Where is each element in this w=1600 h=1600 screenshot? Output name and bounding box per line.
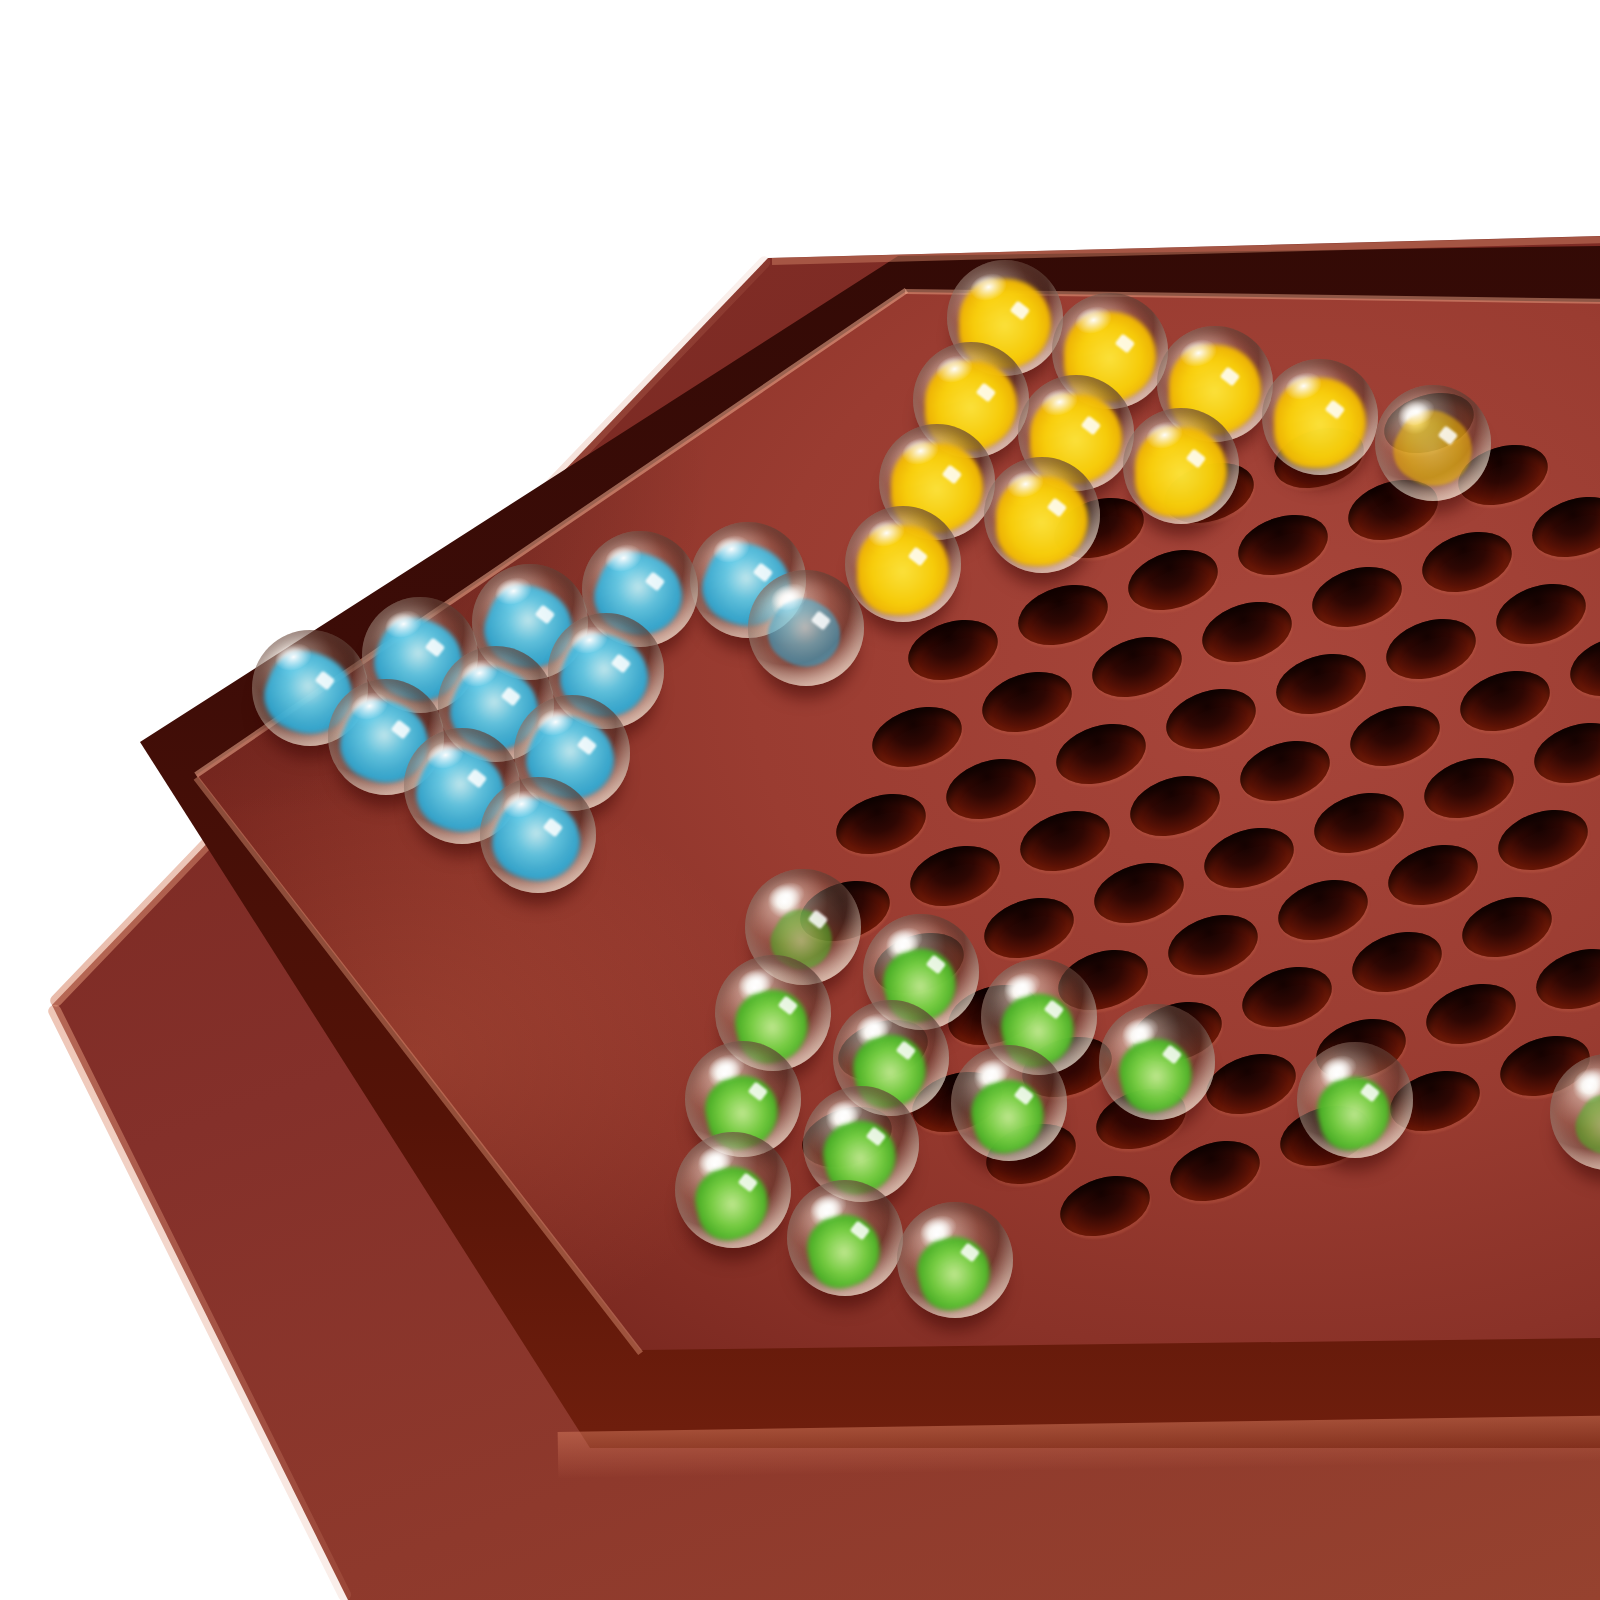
glass-sparkle-icon xyxy=(1044,999,1065,1019)
marble-yellow[interactable] xyxy=(1375,385,1491,501)
glass-sparkle-icon xyxy=(1014,1085,1035,1105)
board-hole[interactable] xyxy=(1269,644,1373,724)
board-hole[interactable] xyxy=(1159,679,1263,759)
board-hole[interactable] xyxy=(1381,835,1485,915)
board-hole[interactable] xyxy=(1161,905,1265,985)
glass-sparkle-icon xyxy=(926,954,947,974)
glass-sparkle-icon xyxy=(753,562,774,582)
glass-sparkle-icon xyxy=(543,817,564,837)
board-hole[interactable] xyxy=(1271,870,1375,950)
glass-sparkle-icon xyxy=(1162,1044,1183,1064)
board-hole[interactable] xyxy=(1527,713,1600,793)
glass-sparkle-icon xyxy=(577,735,598,755)
glass-sparkle-icon xyxy=(738,1172,759,1192)
board-hole[interactable] xyxy=(1415,522,1519,602)
board-hole[interactable] xyxy=(1529,939,1600,1019)
board-hole[interactable] xyxy=(1163,1131,1267,1211)
glass-sparkle-icon xyxy=(960,1242,981,1262)
glass-sparkle-icon xyxy=(645,571,666,591)
glass-sparkle-icon xyxy=(896,1040,917,1060)
board-hole[interactable] xyxy=(1233,731,1337,811)
marble-green[interactable] xyxy=(951,1045,1067,1161)
glass-sparkle-icon xyxy=(1081,415,1102,435)
board-hole[interactable] xyxy=(865,697,969,777)
glass-sparkle-icon xyxy=(1186,448,1207,468)
glass-sparkle-icon xyxy=(611,653,632,673)
board-hole[interactable] xyxy=(1305,557,1409,637)
board-hole[interactable] xyxy=(1123,766,1227,846)
board-hole[interactable] xyxy=(1379,609,1483,689)
glass-sparkle-icon xyxy=(808,909,829,929)
board-hole[interactable] xyxy=(1197,818,1301,898)
board-hole[interactable] xyxy=(1491,800,1595,880)
marble-yellow[interactable] xyxy=(845,506,961,622)
board-hole[interactable] xyxy=(939,749,1043,829)
marble-green[interactable] xyxy=(1099,1004,1215,1120)
board-hole[interactable] xyxy=(1235,957,1339,1037)
glass-sparkle-icon xyxy=(1115,333,1136,353)
board-scene xyxy=(0,0,1600,1600)
glass-sparkle-icon xyxy=(976,382,997,402)
glass-sparkle-icon xyxy=(1047,497,1068,517)
board-hole[interactable] xyxy=(1085,627,1189,707)
board-hole[interactable] xyxy=(977,888,1081,968)
marble-yellow[interactable] xyxy=(1123,408,1239,524)
marble-green[interactable] xyxy=(675,1132,791,1248)
marble-green[interactable] xyxy=(787,1180,903,1296)
board-hole[interactable] xyxy=(1453,661,1557,741)
board-hole[interactable] xyxy=(1049,714,1153,794)
board-hole[interactable] xyxy=(1525,487,1600,567)
marble-yellow[interactable] xyxy=(1262,359,1378,475)
glass-sparkle-icon xyxy=(942,464,963,484)
board-hole[interactable] xyxy=(1011,575,1115,655)
glass-sparkle-icon xyxy=(535,604,556,624)
board-hole[interactable] xyxy=(975,662,1079,742)
board-hole[interactable] xyxy=(1087,853,1191,933)
marble-blue[interactable] xyxy=(480,777,596,893)
board-hole[interactable] xyxy=(901,610,1005,690)
glass-sparkle-icon xyxy=(811,610,832,630)
marble-yellow[interactable] xyxy=(984,457,1100,573)
board-hole[interactable] xyxy=(1307,783,1411,863)
board-hole[interactable] xyxy=(1231,505,1335,585)
board-hole[interactable] xyxy=(1417,748,1521,828)
glass-sparkle-icon xyxy=(908,546,929,566)
marble-blue[interactable] xyxy=(748,570,864,686)
glass-sparkle-icon xyxy=(1325,399,1346,419)
board-hole[interactable] xyxy=(903,836,1007,916)
board-hole[interactable] xyxy=(1053,1166,1157,1246)
marble-green[interactable] xyxy=(897,1202,1013,1318)
board-hole[interactable] xyxy=(1121,540,1225,620)
glass-sparkle-icon xyxy=(850,1220,871,1240)
glass-sparkle-icon xyxy=(501,686,522,706)
board-hole[interactable] xyxy=(829,784,933,864)
board-hole[interactable] xyxy=(1343,696,1447,776)
board-hole[interactable] xyxy=(1455,887,1559,967)
glass-sparkle-icon xyxy=(1220,366,1241,386)
glass-sparkle-icon xyxy=(1360,1082,1381,1102)
glass-sparkle-icon xyxy=(467,768,488,788)
marble-green[interactable] xyxy=(1297,1042,1413,1158)
board-hole[interactable] xyxy=(1013,801,1117,881)
glass-sparkle-icon xyxy=(1438,425,1459,445)
glass-sparkle-icon xyxy=(1010,300,1031,320)
glass-sparkle-icon xyxy=(778,995,799,1015)
glass-sparkle-icon xyxy=(866,1126,887,1146)
board-hole[interactable] xyxy=(1345,922,1449,1002)
board-hole[interactable] xyxy=(1563,626,1600,706)
board-hole[interactable] xyxy=(1195,592,1299,672)
glass-sparkle-icon xyxy=(425,637,446,657)
board-hole[interactable] xyxy=(1419,974,1523,1054)
board-hole[interactable] xyxy=(1489,574,1593,654)
glass-sparkle-icon xyxy=(391,719,412,739)
glass-sparkle-icon xyxy=(748,1081,769,1101)
glass-sparkle-icon xyxy=(315,670,336,690)
